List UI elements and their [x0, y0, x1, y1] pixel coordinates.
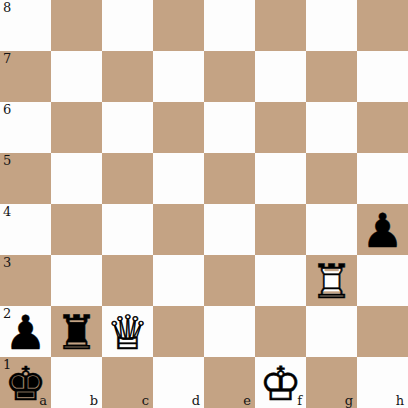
- square-a2[interactable]: 2♟: [0, 306, 51, 357]
- square-c8[interactable]: [102, 0, 153, 51]
- square-d8[interactable]: [153, 0, 204, 51]
- square-e5[interactable]: [204, 153, 255, 204]
- square-c3[interactable]: [102, 255, 153, 306]
- square-d2[interactable]: [153, 306, 204, 357]
- square-c2[interactable]: ♛♕: [102, 306, 153, 357]
- square-g5[interactable]: [306, 153, 357, 204]
- square-b4[interactable]: [51, 204, 102, 255]
- square-f3[interactable]: [255, 255, 306, 306]
- square-f4[interactable]: [255, 204, 306, 255]
- square-e7[interactable]: [204, 51, 255, 102]
- square-d7[interactable]: [153, 51, 204, 102]
- rank-label-8: 8: [3, 1, 11, 14]
- square-f5[interactable]: [255, 153, 306, 204]
- square-a7[interactable]: 7: [0, 51, 51, 102]
- square-a5[interactable]: 5: [0, 153, 51, 204]
- square-e2[interactable]: [204, 306, 255, 357]
- rank-label-6: 6: [3, 103, 11, 116]
- square-f8[interactable]: [255, 0, 306, 51]
- square-d3[interactable]: [153, 255, 204, 306]
- square-h8[interactable]: [357, 0, 408, 51]
- square-h1[interactable]: h: [357, 357, 408, 408]
- black-pawn-glyph: ♟: [357, 206, 408, 253]
- square-h5[interactable]: [357, 153, 408, 204]
- square-d1[interactable]: d: [153, 357, 204, 408]
- rank-label-7: 7: [3, 52, 11, 65]
- file-label-g: g: [345, 394, 353, 407]
- square-g1[interactable]: g: [306, 357, 357, 408]
- square-b7[interactable]: [51, 51, 102, 102]
- white-queen-outline: ♕: [102, 308, 153, 355]
- square-c1[interactable]: c: [102, 357, 153, 408]
- square-g3[interactable]: ♜♖: [306, 255, 357, 306]
- square-a4[interactable]: 4: [0, 204, 51, 255]
- square-h7[interactable]: [357, 51, 408, 102]
- piece-white-queen[interactable]: ♛♕: [102, 306, 153, 357]
- rank-label-1: 1: [3, 358, 11, 371]
- square-c5[interactable]: [102, 153, 153, 204]
- square-e1[interactable]: e: [204, 357, 255, 408]
- rank-label-5: 5: [3, 154, 11, 167]
- square-f2[interactable]: [255, 306, 306, 357]
- file-label-f: f: [297, 394, 302, 407]
- square-g7[interactable]: [306, 51, 357, 102]
- square-e8[interactable]: [204, 0, 255, 51]
- square-g6[interactable]: [306, 102, 357, 153]
- file-label-d: d: [192, 394, 200, 407]
- square-a6[interactable]: 6: [0, 102, 51, 153]
- square-f7[interactable]: [255, 51, 306, 102]
- file-label-b: b: [90, 394, 98, 407]
- white-rook-outline: ♖: [306, 257, 357, 304]
- file-label-e: e: [243, 394, 251, 407]
- rank-label-2: 2: [3, 307, 11, 320]
- square-b3[interactable]: [51, 255, 102, 306]
- piece-black-rook[interactable]: ♜: [51, 306, 102, 357]
- piece-white-rook[interactable]: ♜♖: [306, 255, 357, 306]
- square-h2[interactable]: [357, 306, 408, 357]
- square-d5[interactable]: [153, 153, 204, 204]
- square-c6[interactable]: [102, 102, 153, 153]
- square-b8[interactable]: [51, 0, 102, 51]
- square-e6[interactable]: [204, 102, 255, 153]
- square-c4[interactable]: [102, 204, 153, 255]
- black-rook-glyph: ♜: [51, 308, 102, 355]
- square-f1[interactable]: f♚♔: [255, 357, 306, 408]
- square-a1[interactable]: 1a♚: [0, 357, 51, 408]
- file-label-c: c: [142, 394, 149, 407]
- square-h6[interactable]: [357, 102, 408, 153]
- square-g8[interactable]: [306, 0, 357, 51]
- square-g4[interactable]: [306, 204, 357, 255]
- square-d6[interactable]: [153, 102, 204, 153]
- square-b5[interactable]: [51, 153, 102, 204]
- square-b2[interactable]: ♜: [51, 306, 102, 357]
- chess-board: 87654♟3♜♖2♟♜♛♕1a♚bcdef♚♔gh: [0, 0, 408, 408]
- square-c7[interactable]: [102, 51, 153, 102]
- rank-label-3: 3: [3, 256, 11, 269]
- file-label-h: h: [396, 394, 404, 407]
- square-e3[interactable]: [204, 255, 255, 306]
- square-e4[interactable]: [204, 204, 255, 255]
- square-d4[interactable]: [153, 204, 204, 255]
- piece-black-pawn[interactable]: ♟: [357, 204, 408, 255]
- rank-label-4: 4: [3, 205, 11, 218]
- file-label-a: a: [39, 394, 47, 407]
- square-f6[interactable]: [255, 102, 306, 153]
- square-a8[interactable]: 8: [0, 0, 51, 51]
- square-h4[interactable]: ♟: [357, 204, 408, 255]
- square-g2[interactable]: [306, 306, 357, 357]
- square-a3[interactable]: 3: [0, 255, 51, 306]
- square-h3[interactable]: [357, 255, 408, 306]
- square-b6[interactable]: [51, 102, 102, 153]
- square-b1[interactable]: b: [51, 357, 102, 408]
